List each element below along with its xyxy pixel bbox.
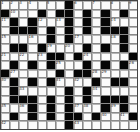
cell-r14c0[interactable]: 42 (1, 121, 9, 129)
cell-r11c14[interactable] (129, 96, 137, 104)
clue-number: 8 (111, 0, 114, 5)
cell-r11c9 (83, 96, 91, 104)
cell-r12c2[interactable]: 36 (19, 104, 27, 112)
cell-r14c7 (65, 121, 73, 129)
cell-r14c11[interactable] (101, 121, 109, 129)
clue-number: 32 (74, 77, 79, 82)
cell-r1c4 (38, 10, 46, 18)
cell-r3c7 (65, 27, 73, 35)
cell-r5c9 (83, 44, 91, 52)
cell-r5c8[interactable] (74, 44, 82, 52)
cell-r8c4[interactable] (38, 70, 46, 78)
cell-r10c7 (65, 87, 73, 95)
cell-r8c12[interactable] (111, 70, 119, 78)
cell-r0c1[interactable]: 2 (10, 1, 18, 9)
cell-r4c9[interactable] (83, 35, 91, 43)
cell-r8c0 (1, 70, 9, 78)
cell-r11c4[interactable] (38, 96, 46, 104)
cell-r2c2[interactable] (19, 18, 27, 26)
clue-number: 28 (92, 69, 97, 74)
cell-r10c10[interactable]: 34 (92, 87, 100, 95)
cell-r5c1 (10, 44, 18, 52)
cell-r6c3[interactable] (28, 53, 36, 61)
clue-number: 2 (10, 0, 13, 5)
clue-number: 42 (1, 120, 6, 125)
cell-r3c10[interactable] (92, 27, 100, 35)
cell-r13c3 (28, 113, 36, 121)
clue-number: 37 (74, 103, 79, 108)
clue-number: 31 (56, 77, 61, 82)
cell-r4c10[interactable] (92, 35, 100, 43)
clue-number: 16 (28, 34, 33, 39)
cell-r7c4[interactable] (38, 61, 46, 69)
cell-r2c6[interactable]: 13 (56, 18, 64, 26)
cell-r8c7[interactable] (65, 70, 73, 78)
cell-r3c4[interactable] (38, 27, 46, 35)
cell-r14c6[interactable] (56, 121, 64, 129)
cell-r5c6[interactable] (56, 44, 64, 52)
clue-number: 13 (56, 17, 61, 22)
cell-r2c7 (65, 18, 73, 26)
cell-r7c14[interactable]: 26 (129, 61, 137, 69)
cell-r13c2[interactable] (19, 113, 27, 121)
cell-r4c1[interactable] (10, 35, 18, 43)
cell-r4c11[interactable] (101, 35, 109, 43)
clue-number: 9 (129, 0, 132, 5)
cell-r9c1 (10, 78, 18, 86)
cell-r12c14[interactable] (129, 104, 137, 112)
cell-r4c13 (120, 35, 128, 43)
cell-r7c0[interactable] (1, 61, 9, 69)
cell-r11c8[interactable] (74, 96, 82, 104)
cell-r9c7[interactable] (65, 78, 73, 86)
cell-r13c14 (129, 113, 137, 121)
cell-r3c11 (101, 27, 109, 35)
cell-r8c14[interactable] (129, 70, 137, 78)
cell-r13c10 (92, 113, 100, 121)
clue-number: 14 (111, 17, 116, 22)
cell-r2c4[interactable]: 12 (38, 18, 46, 26)
cell-r5c11 (101, 44, 109, 52)
cell-r1c14[interactable] (129, 10, 137, 18)
cell-r10c5[interactable] (47, 87, 55, 95)
clue-number: 10 (10, 9, 15, 14)
cell-r10c9 (83, 87, 91, 95)
cell-r8c2[interactable] (19, 70, 27, 78)
cell-r5c3[interactable] (28, 44, 36, 52)
cell-r12c12[interactable]: 39 (111, 104, 119, 112)
cell-r6c8 (74, 53, 82, 61)
cell-r0c11[interactable] (101, 1, 109, 9)
cell-r0c9[interactable] (83, 1, 91, 9)
cell-r8c3[interactable] (28, 70, 36, 78)
cell-r2c10[interactable] (92, 18, 100, 26)
clue-number: 15 (1, 34, 6, 39)
cell-r10c0[interactable] (1, 87, 9, 95)
cell-r4c6[interactable] (56, 35, 64, 43)
cell-r14c2[interactable] (19, 121, 27, 129)
cell-r14c4[interactable] (38, 121, 46, 129)
cell-r14c9[interactable] (83, 121, 91, 129)
cell-r5c7[interactable]: 20 (65, 44, 73, 52)
cell-r12c8[interactable]: 37 (74, 104, 82, 112)
cell-r7c12[interactable] (111, 61, 119, 69)
cell-r10c11[interactable] (101, 87, 109, 95)
cell-r5c13 (120, 44, 128, 52)
cell-r6c13[interactable] (120, 53, 128, 61)
cell-r10c13[interactable] (120, 87, 128, 95)
cell-r3c8[interactable] (74, 27, 82, 35)
cell-r5c14[interactable] (129, 44, 137, 52)
cell-r4c14[interactable] (129, 35, 137, 43)
clue-number: 21 (1, 52, 6, 57)
cell-r7c11 (101, 61, 109, 69)
clue-number: 18 (111, 34, 116, 39)
cell-r7c6[interactable]: 25 (56, 61, 64, 69)
clue-number: 33 (19, 86, 24, 91)
cell-r2c13[interactable] (120, 18, 128, 26)
cell-r11c3 (28, 96, 36, 104)
cell-r5c0[interactable] (1, 44, 9, 52)
cell-r13c11[interactable]: 40 (101, 113, 109, 121)
cell-r9c3 (28, 78, 36, 86)
clue-number: 17 (74, 34, 79, 39)
cell-r3c9 (83, 27, 91, 35)
cell-r5c10[interactable] (92, 44, 100, 52)
cell-r2c9 (83, 18, 91, 26)
cell-r6c12[interactable] (111, 53, 119, 61)
clue-number: 4 (28, 0, 31, 5)
cell-r11c7 (65, 96, 73, 104)
cell-r9c14[interactable] (129, 78, 137, 86)
cell-r5c12[interactable] (111, 44, 119, 52)
cell-r10c12[interactable] (111, 87, 119, 95)
cell-r12c1[interactable] (10, 104, 18, 112)
clue-number: 40 (101, 112, 106, 117)
cell-r8c11[interactable]: 29 (101, 70, 109, 78)
cell-r12c9[interactable]: 38 (83, 104, 91, 112)
clue-number: 25 (56, 60, 61, 65)
cell-r7c9 (83, 61, 91, 69)
cell-r6c14 (129, 53, 137, 61)
clue-number: 19 (47, 43, 52, 48)
cell-r9c2[interactable] (19, 78, 27, 86)
cell-r1c0 (1, 10, 9, 18)
cell-r0c7 (65, 1, 73, 9)
cell-r7c7[interactable] (65, 61, 73, 69)
cell-r1c2[interactable] (19, 10, 27, 18)
cell-r5c4 (38, 44, 46, 52)
cell-r4c12[interactable]: 18 (111, 35, 119, 43)
cell-r12c11 (101, 104, 109, 112)
cell-r7c2[interactable] (19, 61, 27, 69)
cell-r10c2[interactable]: 33 (19, 87, 27, 95)
cell-r10c3[interactable] (28, 87, 36, 95)
cell-r7c10[interactable] (92, 61, 100, 69)
cell-r7c8[interactable] (74, 61, 82, 69)
cell-r3c3 (28, 27, 36, 35)
clue-number: 34 (92, 86, 97, 91)
clue-number: 26 (129, 60, 134, 65)
cell-r1c13 (120, 10, 128, 18)
cell-r8c8 (74, 70, 82, 78)
cell-r6c9[interactable]: 24 (83, 53, 91, 61)
cell-r5c2 (19, 44, 27, 52)
cell-r11c0[interactable] (1, 96, 9, 104)
cell-r1c11 (101, 10, 109, 18)
clue-number: 30 (1, 77, 6, 82)
cell-r8c9 (83, 70, 91, 78)
cell-r3c14[interactable] (129, 27, 137, 35)
cell-r1c3[interactable] (28, 10, 36, 18)
cell-r4c4[interactable] (38, 35, 46, 43)
cell-r1c1[interactable]: 10 (10, 10, 18, 18)
cell-r13c4[interactable] (38, 113, 46, 121)
cell-r13c12[interactable] (111, 113, 119, 121)
cell-r14c8[interactable]: 43 (74, 121, 82, 129)
clue-number: 24 (83, 52, 88, 57)
cell-r6c2[interactable]: 22 (19, 53, 27, 61)
cell-r6c10[interactable] (92, 53, 100, 61)
cell-r8c1[interactable]: 27 (10, 70, 18, 78)
cell-r12c6[interactable] (56, 104, 64, 112)
clue-number: 43 (74, 120, 79, 125)
cell-r10c14[interactable] (129, 87, 137, 95)
cell-r4c7 (65, 35, 73, 43)
cell-r6c6 (56, 53, 64, 61)
crossword-grid: 1234567891011121314151617181920212223242… (0, 0, 138, 130)
cell-r9c9[interactable] (83, 78, 91, 86)
clue-number: 3 (19, 0, 22, 5)
cell-r4c8[interactable]: 17 (74, 35, 82, 43)
clue-number: 35 (1, 103, 6, 108)
cell-r3c6[interactable] (56, 27, 64, 35)
cell-r5c5[interactable]: 19 (47, 44, 55, 52)
clue-number: 23 (38, 52, 43, 57)
cell-r6c5 (47, 53, 55, 61)
cell-r11c13 (120, 96, 128, 104)
clue-number: 41 (120, 112, 125, 117)
cell-r6c11[interactable] (101, 53, 109, 61)
cell-r13c1 (10, 113, 18, 121)
cell-r11c10[interactable] (92, 96, 100, 104)
cell-r2c5[interactable] (47, 18, 55, 26)
clue-number: 36 (19, 103, 24, 108)
cell-r4c3[interactable]: 16 (28, 35, 36, 43)
cell-r0c14[interactable]: 9 (129, 1, 137, 9)
cell-r2c8[interactable] (74, 18, 82, 26)
cell-r6c1[interactable] (10, 53, 18, 61)
cell-r9c11[interactable] (101, 78, 109, 86)
cell-r13c5 (47, 113, 55, 121)
cell-r0c4[interactable] (38, 1, 46, 9)
cell-r3c12 (111, 27, 119, 35)
cell-r0c10[interactable]: 7 (92, 1, 100, 9)
cell-r3c0[interactable] (1, 27, 9, 35)
cell-r0c5[interactable]: 5 (47, 1, 55, 9)
cell-r0c2[interactable]: 3 (19, 1, 27, 9)
clue-number: 22 (19, 52, 24, 57)
cell-r0c8[interactable]: 6 (74, 1, 82, 9)
cell-r9c5 (47, 78, 55, 86)
cell-r11c6[interactable] (56, 96, 64, 104)
cell-r7c1 (10, 61, 18, 69)
clue-number: 12 (38, 17, 43, 22)
cell-r12c10[interactable] (92, 104, 100, 112)
cell-r1c10[interactable] (92, 10, 100, 18)
cell-r1c8[interactable] (74, 10, 82, 18)
cell-r9c6[interactable]: 31 (56, 78, 64, 86)
cell-r8c6 (56, 70, 64, 78)
clue-number: 7 (92, 0, 95, 5)
cell-r13c13[interactable]: 41 (120, 113, 128, 121)
cell-r2c14[interactable] (129, 18, 137, 26)
cell-r11c5 (47, 96, 55, 104)
cell-r6c0[interactable]: 21 (1, 53, 9, 61)
cell-r4c5 (47, 35, 55, 43)
clue-number: 1 (1, 0, 4, 5)
clue-number: 27 (10, 69, 15, 74)
cell-r0c12[interactable]: 8 (111, 1, 119, 9)
cell-r14c3[interactable] (28, 121, 36, 129)
cell-r4c0[interactable]: 15 (1, 35, 9, 43)
cell-r9c0[interactable]: 30 (1, 78, 9, 86)
cell-r13c6[interactable] (56, 113, 64, 121)
cell-r13c0[interactable] (1, 113, 9, 121)
cell-r13c8 (74, 113, 82, 121)
cell-r2c3 (28, 18, 36, 26)
cell-r7c3 (28, 61, 36, 69)
cell-r7c13 (120, 61, 128, 69)
cell-r9c10 (92, 78, 100, 86)
cell-r11c1 (10, 96, 18, 104)
cell-r14c10[interactable] (92, 121, 100, 129)
cell-r2c0[interactable]: 11 (1, 18, 9, 26)
cell-r1c9 (83, 10, 91, 18)
cell-r12c13 (120, 104, 128, 112)
cell-r8c13[interactable] (120, 70, 128, 78)
clue-number: 6 (74, 0, 77, 5)
cell-r3c2 (19, 27, 27, 35)
cell-r6c7[interactable] (65, 53, 73, 61)
clue-number: 5 (47, 0, 50, 5)
cell-r14c14[interactable] (129, 121, 137, 129)
cell-r12c7 (65, 104, 73, 112)
cell-r2c11 (101, 18, 109, 26)
cell-r9c4[interactable] (38, 78, 46, 86)
cell-r3c13 (120, 27, 128, 35)
cell-r1c12[interactable] (111, 10, 119, 18)
cell-r12c4[interactable] (38, 104, 46, 112)
cell-r11c11 (101, 96, 109, 104)
clue-number: 20 (65, 43, 70, 48)
cell-r13c9[interactable] (83, 113, 91, 121)
cell-r10c8[interactable] (74, 87, 82, 95)
cell-r12c3 (28, 104, 36, 112)
cell-r4c2[interactable] (19, 35, 27, 43)
cell-r14c13[interactable] (120, 121, 128, 129)
cell-r1c6 (56, 10, 64, 18)
cell-r3c1 (10, 27, 18, 35)
cell-r0c6[interactable] (56, 1, 64, 9)
cell-r3c5 (47, 27, 55, 35)
cell-r10c4[interactable] (38, 87, 46, 95)
cell-r0c3[interactable]: 4 (28, 1, 36, 9)
cell-r11c2 (19, 96, 27, 104)
cell-r9c13 (120, 78, 128, 86)
cell-r2c1 (10, 18, 18, 26)
cell-r14c5[interactable] (47, 121, 55, 129)
cell-r12c5 (47, 104, 55, 112)
cell-r8c10[interactable]: 28 (92, 70, 100, 78)
cell-r7c5 (47, 61, 55, 69)
clue-number: 29 (101, 69, 106, 74)
cell-r8c5[interactable] (47, 70, 55, 78)
clue-number: 39 (111, 103, 116, 108)
cell-r13c7 (65, 113, 73, 121)
cell-r14c12[interactable] (111, 121, 119, 129)
clue-number: 11 (1, 17, 6, 22)
cell-r10c6[interactable] (56, 87, 64, 95)
clue-number: 38 (83, 103, 88, 108)
cell-r2c12[interactable]: 14 (111, 18, 119, 26)
cell-r9c8[interactable]: 32 (74, 78, 82, 86)
cell-r12c0[interactable]: 35 (1, 104, 9, 112)
cell-r0c13[interactable] (120, 1, 128, 9)
cell-r9c12 (111, 78, 119, 86)
cell-r14c1[interactable] (10, 121, 18, 129)
cell-r1c5[interactable] (47, 10, 55, 18)
cell-r10c1 (10, 87, 18, 95)
cell-r6c4[interactable]: 23 (38, 53, 46, 61)
cell-r0c0[interactable]: 1 (1, 1, 9, 9)
cell-r11c12 (111, 96, 119, 104)
cell-r1c7 (65, 10, 73, 18)
